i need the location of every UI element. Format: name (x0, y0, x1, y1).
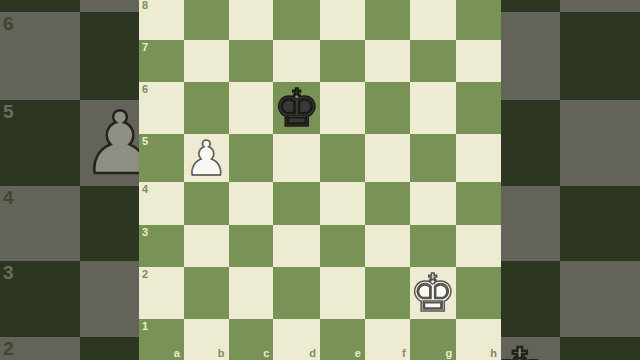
square-f5[interactable] (365, 134, 410, 182)
square-e6[interactable] (320, 82, 365, 134)
rank-label-5: 5 (142, 136, 148, 147)
square-a6[interactable]: 6 (139, 82, 184, 134)
square-a2[interactable]: 2 (139, 267, 184, 319)
square-h2[interactable] (456, 267, 501, 319)
square-g1[interactable]: g (410, 319, 457, 360)
square-g2[interactable]: ♚ (410, 267, 457, 319)
square-c4[interactable] (229, 182, 274, 224)
square-e2[interactable] (320, 267, 365, 319)
square-b5[interactable]: ♟ (184, 134, 229, 182)
bg-square-h2 (560, 337, 640, 360)
file-label-b: b (218, 348, 225, 359)
square-c5[interactable] (229, 134, 274, 182)
square-e5[interactable] (320, 134, 365, 182)
square-e1[interactable]: e (320, 319, 365, 360)
square-f6[interactable] (365, 82, 410, 134)
chess-board: 876♚5♟432♚1abcdefgh (139, 0, 501, 360)
rank-label-3: 3 (142, 227, 148, 238)
square-c7[interactable] (229, 40, 274, 82)
square-c1[interactable]: c (229, 319, 274, 360)
square-d7[interactable] (273, 40, 320, 82)
square-h7[interactable] (456, 40, 501, 82)
square-c8[interactable] (229, 0, 274, 40)
square-c2[interactable] (229, 267, 274, 319)
square-a3[interactable]: 3 (139, 225, 184, 267)
square-d8[interactable] (273, 0, 320, 40)
square-f2[interactable] (365, 267, 410, 319)
square-a7[interactable]: 7 (139, 40, 184, 82)
rank-label-2: 2 (142, 269, 148, 280)
square-b3[interactable] (184, 225, 229, 267)
bg-square-h4 (560, 186, 640, 262)
square-b6[interactable] (184, 82, 229, 134)
bg-rank-label-3: 3 (3, 263, 14, 282)
bg-square-h5 (560, 100, 640, 186)
black-king-d6[interactable]: ♚ (273, 82, 320, 134)
square-g7[interactable] (410, 40, 457, 82)
rank-label-6: 6 (142, 84, 148, 95)
bg-rank-label-4: 4 (3, 188, 14, 207)
square-f8[interactable] (365, 0, 410, 40)
white-king-g2[interactable]: ♚ (410, 267, 457, 319)
bg-square-h6 (560, 12, 640, 100)
bg-rank-label-2: 2 (3, 339, 14, 358)
square-f7[interactable] (365, 40, 410, 82)
square-h5[interactable] (456, 134, 501, 182)
square-g4[interactable] (410, 182, 457, 224)
bg-square-a3: 3 (0, 261, 80, 337)
video-frame: 876♚5♟432♚1abcdefgh 876♚5♟432♚1abcdefgh (0, 0, 640, 360)
square-f1[interactable]: f (365, 319, 410, 360)
square-e3[interactable] (320, 225, 365, 267)
square-b2[interactable] (184, 267, 229, 319)
bg-square-a6: 6 (0, 12, 80, 100)
square-e4[interactable] (320, 182, 365, 224)
square-d6[interactable]: ♚ (273, 82, 320, 134)
file-label-h: h (490, 348, 497, 359)
square-e8[interactable] (320, 0, 365, 40)
square-h1[interactable]: h (456, 319, 501, 360)
white-pawn-b5[interactable]: ♟ (185, 134, 228, 182)
square-f3[interactable] (365, 225, 410, 267)
square-d4[interactable] (273, 182, 320, 224)
square-b1[interactable]: b (184, 319, 229, 360)
square-g8[interactable] (410, 0, 457, 40)
square-b4[interactable] (184, 182, 229, 224)
bg-square-h7 (560, 0, 640, 12)
square-d2[interactable] (273, 267, 320, 319)
square-d5[interactable] (273, 134, 320, 182)
square-a1[interactable]: 1a (139, 319, 184, 360)
square-e7[interactable] (320, 40, 365, 82)
bg-square-a5: 5 (0, 100, 80, 186)
square-c6[interactable] (229, 82, 274, 134)
square-d3[interactable] (273, 225, 320, 267)
square-b8[interactable] (184, 0, 229, 40)
file-label-a: a (174, 348, 180, 359)
square-h6[interactable] (456, 82, 501, 134)
square-c3[interactable] (229, 225, 274, 267)
bg-square-a7: 7 (0, 0, 80, 12)
bg-rank-label-5: 5 (3, 102, 14, 121)
bg-rank-label-6: 6 (3, 14, 14, 33)
file-label-f: f (402, 348, 406, 359)
square-d1[interactable]: d (273, 319, 320, 360)
square-a8[interactable]: 8 (139, 0, 184, 40)
file-label-c: c (263, 348, 269, 359)
bg-square-a4: 4 (0, 186, 80, 262)
rank-label-7: 7 (142, 42, 148, 53)
square-b7[interactable] (184, 40, 229, 82)
bg-square-h3 (560, 261, 640, 337)
square-h8[interactable] (456, 0, 501, 40)
square-f4[interactable] (365, 182, 410, 224)
square-g3[interactable] (410, 225, 457, 267)
rank-label-4: 4 (142, 184, 148, 195)
square-a4[interactable]: 4 (139, 182, 184, 224)
file-label-g: g (445, 348, 452, 359)
rank-label-1: 1 (142, 321, 148, 332)
square-g5[interactable] (410, 134, 457, 182)
file-label-d: d (309, 348, 316, 359)
square-h3[interactable] (456, 225, 501, 267)
square-g6[interactable] (410, 82, 457, 134)
square-a5[interactable]: 5 (139, 134, 184, 182)
file-label-e: e (355, 348, 361, 359)
bg-square-a2: 2 (0, 337, 80, 360)
square-h4[interactable] (456, 182, 501, 224)
rank-label-8: 8 (142, 0, 148, 11)
